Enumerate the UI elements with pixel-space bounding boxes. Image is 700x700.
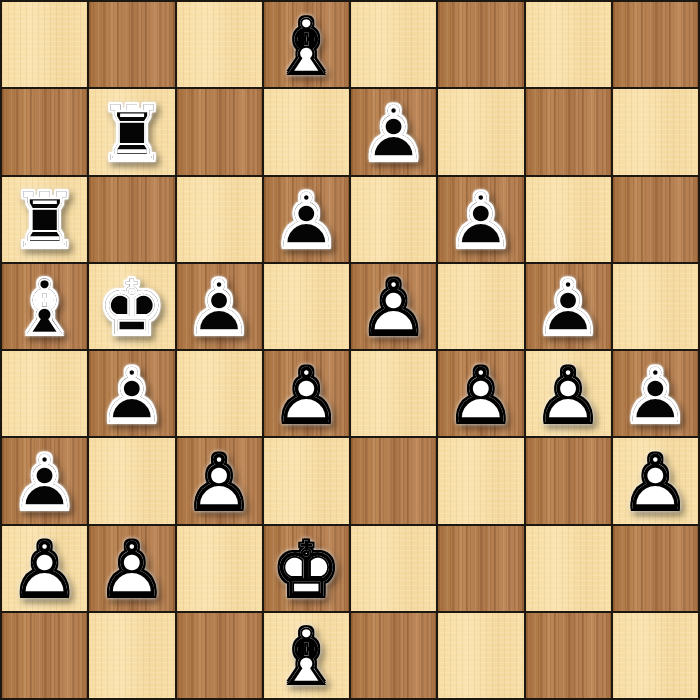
- piece-black-pawn-g5[interactable]: ♟♙: [526, 264, 611, 349]
- pawn-glyph-outline: ♙: [534, 358, 602, 434]
- square-c1[interactable]: [177, 613, 262, 698]
- chess-board-container: ♝♗♜♖♟♙♜♖♟♙♟♙♝♗♚♔♟♙♟♙♟♙♟♙♟♙♟♙♟♙♟♙♟♙♟♙♟♙♟♙…: [0, 0, 700, 700]
- square-d3[interactable]: [264, 438, 349, 523]
- square-d5[interactable]: [264, 264, 349, 349]
- square-c3[interactable]: ♟♙: [177, 438, 262, 523]
- square-g3[interactable]: [526, 438, 611, 523]
- piece-white-pawn-h3[interactable]: ♟♙: [613, 438, 698, 523]
- square-a8[interactable]: [2, 2, 87, 87]
- square-d1[interactable]: ♝♗: [264, 613, 349, 698]
- pawn-glyph-outline: ♙: [447, 358, 515, 434]
- square-h5[interactable]: [613, 264, 698, 349]
- square-g4[interactable]: ♟♙: [526, 351, 611, 436]
- square-a2[interactable]: ♟♙: [2, 526, 87, 611]
- piece-white-pawn-e5[interactable]: ♟♙: [351, 264, 436, 349]
- square-f6[interactable]: ♟♙: [438, 177, 523, 262]
- bishop-glyph-outline: ♗: [272, 9, 340, 85]
- piece-white-pawn-f4[interactable]: ♟♙: [438, 351, 523, 436]
- square-f5[interactable]: [438, 264, 523, 349]
- bishop-glyph-outline: ♗: [272, 619, 340, 695]
- piece-black-pawn-e7[interactable]: ♟♙: [351, 89, 436, 174]
- square-f1[interactable]: [438, 613, 523, 698]
- piece-black-rook-b7[interactable]: ♜♖: [89, 89, 174, 174]
- square-g2[interactable]: [526, 526, 611, 611]
- square-g1[interactable]: [526, 613, 611, 698]
- piece-black-pawn-a3[interactable]: ♟♙: [2, 438, 87, 523]
- piece-black-pawn-b4[interactable]: ♟♙: [89, 351, 174, 436]
- square-f8[interactable]: [438, 2, 523, 87]
- piece-white-bishop-d8[interactable]: ♝♗: [264, 2, 349, 87]
- pawn-glyph-outline: ♙: [621, 445, 689, 521]
- square-c8[interactable]: [177, 2, 262, 87]
- pawn-glyph-outline: ♙: [98, 358, 166, 434]
- rook-glyph-outline: ♖: [11, 183, 79, 259]
- square-f4[interactable]: ♟♙: [438, 351, 523, 436]
- pawn-glyph-outline: ♙: [11, 532, 79, 608]
- king-glyph-outline: ♔: [272, 532, 340, 608]
- square-e6[interactable]: [351, 177, 436, 262]
- square-f7[interactable]: [438, 89, 523, 174]
- square-d7[interactable]: [264, 89, 349, 174]
- square-c7[interactable]: [177, 89, 262, 174]
- square-h8[interactable]: [613, 2, 698, 87]
- piece-white-pawn-d4[interactable]: ♟♙: [264, 351, 349, 436]
- square-f3[interactable]: [438, 438, 523, 523]
- square-a1[interactable]: [2, 613, 87, 698]
- square-b3[interactable]: [89, 438, 174, 523]
- square-e2[interactable]: [351, 526, 436, 611]
- king-glyph-outline: ♔: [98, 270, 166, 346]
- square-d2[interactable]: ♚♔: [264, 526, 349, 611]
- pawn-glyph-outline: ♙: [185, 270, 253, 346]
- square-b4[interactable]: ♟♙: [89, 351, 174, 436]
- piece-black-pawn-d6[interactable]: ♟♙: [264, 177, 349, 262]
- square-e8[interactable]: [351, 2, 436, 87]
- square-a6[interactable]: ♜♖: [2, 177, 87, 262]
- square-g6[interactable]: [526, 177, 611, 262]
- square-a5[interactable]: ♝♗: [2, 264, 87, 349]
- square-h4[interactable]: ♟♙: [613, 351, 698, 436]
- square-c5[interactable]: ♟♙: [177, 264, 262, 349]
- square-a3[interactable]: ♟♙: [2, 438, 87, 523]
- square-d8[interactable]: ♝♗: [264, 2, 349, 87]
- square-g5[interactable]: ♟♙: [526, 264, 611, 349]
- square-h6[interactable]: [613, 177, 698, 262]
- piece-white-pawn-b2[interactable]: ♟♙: [89, 526, 174, 611]
- piece-black-pawn-c5[interactable]: ♟♙: [177, 264, 262, 349]
- square-c6[interactable]: [177, 177, 262, 262]
- chess-board: ♝♗♜♖♟♙♜♖♟♙♟♙♝♗♚♔♟♙♟♙♟♙♟♙♟♙♟♙♟♙♟♙♟♙♟♙♟♙♟♙…: [0, 0, 700, 700]
- square-h3[interactable]: ♟♙: [613, 438, 698, 523]
- square-a7[interactable]: [2, 89, 87, 174]
- square-c4[interactable]: [177, 351, 262, 436]
- piece-white-pawn-g4[interactable]: ♟♙: [526, 351, 611, 436]
- square-d6[interactable]: ♟♙: [264, 177, 349, 262]
- pawn-glyph-outline: ♙: [360, 270, 428, 346]
- square-h1[interactable]: [613, 613, 698, 698]
- square-d4[interactable]: ♟♙: [264, 351, 349, 436]
- square-e7[interactable]: ♟♙: [351, 89, 436, 174]
- square-e4[interactable]: [351, 351, 436, 436]
- pawn-glyph-outline: ♙: [272, 183, 340, 259]
- square-h2[interactable]: [613, 526, 698, 611]
- pawn-glyph-outline: ♙: [98, 532, 166, 608]
- square-e5[interactable]: ♟♙: [351, 264, 436, 349]
- square-b7[interactable]: ♜♖: [89, 89, 174, 174]
- piece-white-pawn-c3[interactable]: ♟♙: [177, 438, 262, 523]
- square-b8[interactable]: [89, 2, 174, 87]
- piece-white-king-d2[interactable]: ♚♔: [264, 526, 349, 611]
- square-g8[interactable]: [526, 2, 611, 87]
- pawn-glyph-outline: ♙: [272, 358, 340, 434]
- piece-black-pawn-f6[interactable]: ♟♙: [438, 177, 523, 262]
- piece-black-king-b5[interactable]: ♚♔: [89, 264, 174, 349]
- piece-black-pawn-h4[interactable]: ♟♙: [613, 351, 698, 436]
- piece-black-bishop-a5[interactable]: ♝♗: [2, 264, 87, 349]
- square-e3[interactable]: [351, 438, 436, 523]
- piece-white-bishop-d1[interactable]: ♝♗: [264, 613, 349, 698]
- square-f2[interactable]: [438, 526, 523, 611]
- pawn-glyph-outline: ♙: [447, 183, 515, 259]
- square-b1[interactable]: [89, 613, 174, 698]
- square-b6[interactable]: [89, 177, 174, 262]
- pawn-glyph-outline: ♙: [360, 96, 428, 172]
- piece-white-pawn-a2[interactable]: ♟♙: [2, 526, 87, 611]
- square-h7[interactable]: [613, 89, 698, 174]
- square-g7[interactable]: [526, 89, 611, 174]
- square-b2[interactable]: ♟♙: [89, 526, 174, 611]
- pawn-glyph-outline: ♙: [185, 445, 253, 521]
- square-c2[interactable]: [177, 526, 262, 611]
- pawn-glyph-outline: ♙: [11, 445, 79, 521]
- pawn-glyph-outline: ♙: [621, 358, 689, 434]
- pawn-glyph-outline: ♙: [534, 270, 602, 346]
- bishop-glyph-outline: ♗: [11, 270, 79, 346]
- square-a4[interactable]: [2, 351, 87, 436]
- piece-black-rook-a6[interactable]: ♜♖: [2, 177, 87, 262]
- square-b5[interactable]: ♚♔: [89, 264, 174, 349]
- rook-glyph-outline: ♖: [98, 96, 166, 172]
- square-e1[interactable]: [351, 613, 436, 698]
